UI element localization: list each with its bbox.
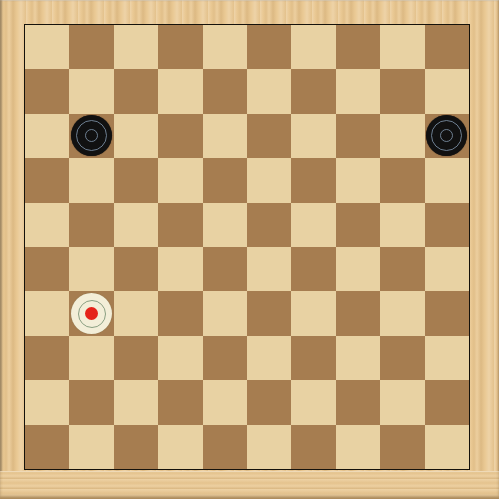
square-r5c9[interactable] xyxy=(425,247,469,291)
square-r9c3[interactable] xyxy=(158,425,202,469)
square-r5c7[interactable] xyxy=(336,247,380,291)
white-man[interactable] xyxy=(71,293,112,334)
square-r1c7[interactable] xyxy=(336,69,380,113)
square-r5c1[interactable] xyxy=(69,247,113,291)
square-r2c1[interactable] xyxy=(69,114,113,158)
square-r4c9[interactable] xyxy=(425,203,469,247)
square-r8c3[interactable] xyxy=(158,380,202,424)
square-r4c5[interactable] xyxy=(247,203,291,247)
square-r6c1[interactable] xyxy=(69,291,113,335)
square-r2c7[interactable] xyxy=(336,114,380,158)
square-r5c6[interactable] xyxy=(291,247,335,291)
square-r8c4[interactable] xyxy=(203,380,247,424)
square-r6c2[interactable] xyxy=(114,291,158,335)
square-r9c7[interactable] xyxy=(336,425,380,469)
square-r7c1[interactable] xyxy=(69,336,113,380)
square-r2c9[interactable] xyxy=(425,114,469,158)
square-r8c2[interactable] xyxy=(114,380,158,424)
square-r8c7[interactable] xyxy=(336,380,380,424)
square-r5c2[interactable] xyxy=(114,247,158,291)
square-r8c1[interactable] xyxy=(69,380,113,424)
black-man[interactable] xyxy=(71,115,112,156)
square-r6c3[interactable] xyxy=(158,291,202,335)
square-r7c4[interactable] xyxy=(203,336,247,380)
square-r1c8[interactable] xyxy=(380,69,424,113)
square-r1c0[interactable] xyxy=(25,69,69,113)
square-r3c5[interactable] xyxy=(247,158,291,202)
square-r2c3[interactable] xyxy=(158,114,202,158)
square-r8c5[interactable] xyxy=(247,380,291,424)
square-r3c1[interactable] xyxy=(69,158,113,202)
square-r0c4[interactable] xyxy=(203,25,247,69)
square-r6c6[interactable] xyxy=(291,291,335,335)
square-r7c5[interactable] xyxy=(247,336,291,380)
square-r5c4[interactable] xyxy=(203,247,247,291)
square-r6c5[interactable] xyxy=(247,291,291,335)
square-r0c6[interactable] xyxy=(291,25,335,69)
square-r9c8[interactable] xyxy=(380,425,424,469)
square-r7c2[interactable] xyxy=(114,336,158,380)
square-r1c5[interactable] xyxy=(247,69,291,113)
square-r9c1[interactable] xyxy=(69,425,113,469)
square-r9c4[interactable] xyxy=(203,425,247,469)
square-r2c2[interactable] xyxy=(114,114,158,158)
square-r2c4[interactable] xyxy=(203,114,247,158)
square-r6c4[interactable] xyxy=(203,291,247,335)
square-r4c1[interactable] xyxy=(69,203,113,247)
square-r7c9[interactable] xyxy=(425,336,469,380)
square-r3c4[interactable] xyxy=(203,158,247,202)
square-r1c1[interactable] xyxy=(69,69,113,113)
square-r3c8[interactable] xyxy=(380,158,424,202)
square-r5c5[interactable] xyxy=(247,247,291,291)
square-r1c2[interactable] xyxy=(114,69,158,113)
square-r6c0[interactable] xyxy=(25,291,69,335)
square-r7c0[interactable] xyxy=(25,336,69,380)
square-r9c0[interactable] xyxy=(25,425,69,469)
square-r3c0[interactable] xyxy=(25,158,69,202)
square-r2c5[interactable] xyxy=(247,114,291,158)
square-r4c0[interactable] xyxy=(25,203,69,247)
square-r3c2[interactable] xyxy=(114,158,158,202)
square-r1c3[interactable] xyxy=(158,69,202,113)
square-r4c8[interactable] xyxy=(380,203,424,247)
square-r1c4[interactable] xyxy=(203,69,247,113)
square-r4c4[interactable] xyxy=(203,203,247,247)
square-r4c3[interactable] xyxy=(158,203,202,247)
square-r5c8[interactable] xyxy=(380,247,424,291)
square-r3c6[interactable] xyxy=(291,158,335,202)
square-r7c7[interactable] xyxy=(336,336,380,380)
square-r8c0[interactable] xyxy=(25,380,69,424)
checkers-app xyxy=(0,0,499,499)
square-r1c9[interactable] xyxy=(425,69,469,113)
square-r0c7[interactable] xyxy=(336,25,380,69)
square-r3c9[interactable] xyxy=(425,158,469,202)
square-r4c6[interactable] xyxy=(291,203,335,247)
square-r8c9[interactable] xyxy=(425,380,469,424)
square-r2c6[interactable] xyxy=(291,114,335,158)
square-r5c0[interactable] xyxy=(25,247,69,291)
square-r9c2[interactable] xyxy=(114,425,158,469)
square-r7c3[interactable] xyxy=(158,336,202,380)
square-r7c8[interactable] xyxy=(380,336,424,380)
square-r0c3[interactable] xyxy=(158,25,202,69)
square-r2c0[interactable] xyxy=(25,114,69,158)
square-r9c5[interactable] xyxy=(247,425,291,469)
square-r0c1[interactable] xyxy=(69,25,113,69)
square-r8c6[interactable] xyxy=(291,380,335,424)
square-r6c8[interactable] xyxy=(380,291,424,335)
square-r9c9[interactable] xyxy=(425,425,469,469)
square-r5c3[interactable] xyxy=(158,247,202,291)
board xyxy=(24,24,470,470)
square-r7c6[interactable] xyxy=(291,336,335,380)
square-r6c7[interactable] xyxy=(336,291,380,335)
square-r4c7[interactable] xyxy=(336,203,380,247)
square-r0c0[interactable] xyxy=(25,25,69,69)
square-r0c9[interactable] xyxy=(425,25,469,69)
square-r4c2[interactable] xyxy=(114,203,158,247)
square-r6c9[interactable] xyxy=(425,291,469,335)
black-man[interactable] xyxy=(426,115,467,156)
square-r3c3[interactable] xyxy=(158,158,202,202)
square-r0c2[interactable] xyxy=(114,25,158,69)
square-r0c8[interactable] xyxy=(380,25,424,69)
square-r8c8[interactable] xyxy=(380,380,424,424)
square-r0c5[interactable] xyxy=(247,25,291,69)
square-r3c7[interactable] xyxy=(336,158,380,202)
square-r1c6[interactable] xyxy=(291,69,335,113)
square-r2c8[interactable] xyxy=(380,114,424,158)
square-r9c6[interactable] xyxy=(291,425,335,469)
